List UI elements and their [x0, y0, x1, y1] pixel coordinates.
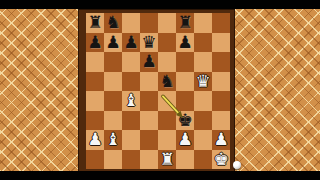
black-pawn-f7[interactable]: ♟	[177, 33, 192, 52]
square-a2[interactable]: ♟	[86, 130, 104, 150]
square-g8[interactable]	[194, 13, 212, 33]
square-f2[interactable]: ♟	[176, 130, 194, 150]
white-bishop-b2[interactable]: ♝	[105, 130, 120, 149]
square-g5[interactable]: ♛	[194, 72, 212, 92]
square-a1[interactable]	[86, 150, 104, 170]
square-f5[interactable]	[176, 72, 194, 92]
square-d2[interactable]	[140, 130, 158, 150]
white-king-h1[interactable]: ♚	[213, 150, 228, 169]
chess-board: ♜♞♜♟♟♟♛♟♟♞♛♝♚♟♝♟♟♜♚	[86, 13, 230, 169]
black-pawn-d6[interactable]: ♟	[141, 52, 156, 71]
square-c1[interactable]	[122, 150, 140, 170]
square-d7[interactable]: ♛	[140, 33, 158, 53]
square-f4[interactable]	[176, 91, 194, 111]
square-e2[interactable]	[158, 130, 176, 150]
square-b3[interactable]	[104, 111, 122, 131]
square-d1[interactable]	[140, 150, 158, 170]
screenshot-stage: ♜♞♜♟♟♟♛♟♟♞♛♝♚♟♝♟♟♜♚	[0, 0, 320, 180]
square-d6[interactable]: ♟	[140, 52, 158, 72]
square-e6[interactable]	[158, 52, 176, 72]
square-a6[interactable]	[86, 52, 104, 72]
square-b8[interactable]: ♞	[104, 13, 122, 33]
square-b4[interactable]	[104, 91, 122, 111]
chess-board-frame: ♜♞♜♟♟♟♛♟♟♞♛♝♚♟♝♟♟♜♚	[78, 9, 235, 173]
square-h6[interactable]	[212, 52, 230, 72]
letterbox-bar-bottom	[0, 171, 320, 180]
square-e5[interactable]: ♞	[158, 72, 176, 92]
white-bishop-c4[interactable]: ♝	[123, 91, 138, 110]
square-c5[interactable]	[122, 72, 140, 92]
square-c7[interactable]: ♟	[122, 33, 140, 53]
square-h5[interactable]	[212, 72, 230, 92]
square-d5[interactable]	[140, 72, 158, 92]
square-f3[interactable]: ♚	[176, 111, 194, 131]
square-b1[interactable]	[104, 150, 122, 170]
square-f7[interactable]: ♟	[176, 33, 194, 53]
black-rook-f8[interactable]: ♜	[177, 13, 192, 32]
square-e4[interactable]	[158, 91, 176, 111]
square-c6[interactable]	[122, 52, 140, 72]
square-d8[interactable]	[140, 13, 158, 33]
square-g3[interactable]	[194, 111, 212, 131]
black-knight-b8[interactable]: ♞	[105, 13, 120, 32]
square-e3[interactable]	[158, 111, 176, 131]
square-c2[interactable]	[122, 130, 140, 150]
square-b2[interactable]: ♝	[104, 130, 122, 150]
white-pawn-a2[interactable]: ♟	[87, 130, 102, 149]
square-f1[interactable]	[176, 150, 194, 170]
square-b5[interactable]	[104, 72, 122, 92]
square-d3[interactable]	[140, 111, 158, 131]
square-g4[interactable]	[194, 91, 212, 111]
square-g6[interactable]	[194, 52, 212, 72]
white-pawn-f2[interactable]: ♟	[177, 130, 192, 149]
white-pawn-h2[interactable]: ♟	[213, 130, 228, 149]
black-pawn-a7[interactable]: ♟	[87, 33, 102, 52]
white-rook-e1[interactable]: ♜	[159, 150, 174, 169]
black-pawn-c7[interactable]: ♟	[123, 33, 138, 52]
letterbox-bar-top	[0, 0, 320, 9]
square-f8[interactable]: ♜	[176, 13, 194, 33]
square-b6[interactable]	[104, 52, 122, 72]
square-a3[interactable]	[86, 111, 104, 131]
white-to-move-indicator	[233, 161, 241, 169]
square-h3[interactable]	[212, 111, 230, 131]
white-queen-g5[interactable]: ♛	[195, 72, 210, 91]
square-a8[interactable]: ♜	[86, 13, 104, 33]
square-f6[interactable]	[176, 52, 194, 72]
square-e1[interactable]: ♜	[158, 150, 176, 170]
square-g2[interactable]	[194, 130, 212, 150]
square-h2[interactable]: ♟	[212, 130, 230, 150]
square-c8[interactable]	[122, 13, 140, 33]
black-rook-a8[interactable]: ♜	[87, 13, 102, 32]
square-c3[interactable]	[122, 111, 140, 131]
square-d4[interactable]	[140, 91, 158, 111]
square-g7[interactable]	[194, 33, 212, 53]
square-e8[interactable]	[158, 13, 176, 33]
square-h4[interactable]	[212, 91, 230, 111]
square-h8[interactable]	[212, 13, 230, 33]
square-h1[interactable]: ♚	[212, 150, 230, 170]
black-king-f3[interactable]: ♚	[177, 111, 192, 130]
square-b7[interactable]: ♟	[104, 33, 122, 53]
square-a4[interactable]	[86, 91, 104, 111]
square-h7[interactable]	[212, 33, 230, 53]
black-queen-d7[interactable]: ♛	[141, 33, 156, 52]
black-pawn-b7[interactable]: ♟	[105, 33, 120, 52]
square-e7[interactable]	[158, 33, 176, 53]
square-g1[interactable]	[194, 150, 212, 170]
square-a5[interactable]	[86, 72, 104, 92]
square-c4[interactable]: ♝	[122, 91, 140, 111]
black-knight-e5[interactable]: ♞	[159, 72, 174, 91]
square-a7[interactable]: ♟	[86, 33, 104, 53]
